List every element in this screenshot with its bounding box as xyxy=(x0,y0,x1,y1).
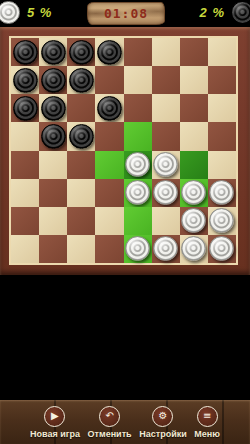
square-g4[interactable] xyxy=(180,122,208,150)
settings-gear-icon: ⚙ xyxy=(152,406,173,427)
square-a6[interactable] xyxy=(11,179,39,207)
square-f4[interactable] xyxy=(152,122,180,150)
square-b8[interactable] xyxy=(39,235,67,263)
undo-label: Отменить xyxy=(88,429,132,439)
square-f2[interactable] xyxy=(152,66,180,94)
square-g5[interactable] xyxy=(180,151,208,179)
square-f6[interactable] xyxy=(152,179,180,207)
checker-black-b4[interactable] xyxy=(41,124,66,149)
square-d4[interactable] xyxy=(95,122,123,150)
square-c2[interactable] xyxy=(67,66,95,94)
menu-icon: ≡ xyxy=(197,406,218,427)
square-a1[interactable] xyxy=(11,38,39,66)
square-h5[interactable] xyxy=(208,151,236,179)
checker-white-h7[interactable] xyxy=(209,208,234,233)
new-game-button[interactable]: ▶ Новая игра xyxy=(30,406,80,439)
square-e3[interactable] xyxy=(124,94,152,122)
square-f3[interactable] xyxy=(152,94,180,122)
play-icon: ▶ xyxy=(44,406,65,427)
bottom-toolbar: ▶ Новая игра ↶ Отменить ⚙ Настройки ≡ Ме… xyxy=(0,400,250,444)
square-c1[interactable] xyxy=(67,38,95,66)
checker-white-e5[interactable] xyxy=(125,152,150,177)
checkers-board[interactable] xyxy=(9,36,238,265)
checker-white-g8[interactable] xyxy=(181,236,206,261)
square-d6[interactable] xyxy=(95,179,123,207)
settings-button[interactable]: ⚙ Настройки xyxy=(139,406,186,439)
menu-button[interactable]: ≡ Меню xyxy=(194,406,220,439)
checker-black-a3[interactable] xyxy=(13,96,38,121)
menu-label: Меню xyxy=(194,429,220,439)
square-d1[interactable] xyxy=(95,38,123,66)
checker-white-h6[interactable] xyxy=(209,180,234,205)
checker-white-g7[interactable] xyxy=(181,208,206,233)
square-a2[interactable] xyxy=(11,66,39,94)
square-d7[interactable] xyxy=(95,207,123,235)
square-f1[interactable] xyxy=(152,38,180,66)
checker-black-d3[interactable] xyxy=(97,96,122,121)
checker-white-h8[interactable] xyxy=(209,236,234,261)
square-d8[interactable] xyxy=(95,235,123,263)
square-g8[interactable] xyxy=(180,235,208,263)
square-c8[interactable] xyxy=(67,235,95,263)
checker-black-c2[interactable] xyxy=(69,68,94,93)
square-a7[interactable] xyxy=(11,207,39,235)
square-f7[interactable] xyxy=(152,207,180,235)
square-b3[interactable] xyxy=(39,94,67,122)
black-score-label: 2 % xyxy=(200,5,225,20)
checker-black-a1[interactable] xyxy=(13,40,38,65)
square-e6[interactable] xyxy=(124,179,152,207)
square-g7[interactable] xyxy=(180,207,208,235)
square-f5[interactable] xyxy=(152,151,180,179)
undo-button[interactable]: ↶ Отменить xyxy=(88,406,132,439)
square-c5[interactable] xyxy=(67,151,95,179)
square-e5[interactable] xyxy=(124,151,152,179)
square-e8[interactable] xyxy=(124,235,152,263)
square-h2[interactable] xyxy=(208,66,236,94)
checker-white-g6[interactable] xyxy=(181,180,206,205)
square-g6[interactable] xyxy=(180,179,208,207)
checker-black-b3[interactable] xyxy=(41,96,66,121)
checker-black-c4[interactable] xyxy=(69,124,94,149)
square-b5[interactable] xyxy=(39,151,67,179)
square-b6[interactable] xyxy=(39,179,67,207)
new-game-label: Новая игра xyxy=(30,429,80,439)
square-a4[interactable] xyxy=(11,122,39,150)
square-a8[interactable] xyxy=(11,235,39,263)
checker-white-e8[interactable] xyxy=(125,236,150,261)
square-d2[interactable] xyxy=(95,66,123,94)
square-h3[interactable] xyxy=(208,94,236,122)
square-h4[interactable] xyxy=(208,122,236,150)
square-a3[interactable] xyxy=(11,94,39,122)
square-f8[interactable] xyxy=(152,235,180,263)
checker-white-f5[interactable] xyxy=(153,152,178,177)
square-g1[interactable] xyxy=(180,38,208,66)
square-c3[interactable] xyxy=(67,94,95,122)
square-a5[interactable] xyxy=(11,151,39,179)
square-c4[interactable] xyxy=(67,122,95,150)
square-h8[interactable] xyxy=(208,235,236,263)
checker-white-f6[interactable] xyxy=(153,180,178,205)
square-e7[interactable] xyxy=(124,207,152,235)
square-d5[interactable] xyxy=(95,151,123,179)
square-h1[interactable] xyxy=(208,38,236,66)
undo-icon: ↶ xyxy=(99,406,120,427)
checker-black-b2[interactable] xyxy=(41,68,66,93)
checker-black-c1[interactable] xyxy=(69,40,94,65)
timer-plaque: 01:08 xyxy=(87,2,165,25)
square-b1[interactable] xyxy=(39,38,67,66)
square-b7[interactable] xyxy=(39,207,67,235)
square-b2[interactable] xyxy=(39,66,67,94)
white-checker-icon xyxy=(0,1,20,24)
square-e1[interactable] xyxy=(124,38,152,66)
white-score-label: 5 % xyxy=(27,5,52,20)
square-h6[interactable] xyxy=(208,179,236,207)
black-checker-icon xyxy=(231,1,250,24)
board-frame xyxy=(0,27,250,275)
square-e4[interactable] xyxy=(124,122,152,150)
square-c6[interactable] xyxy=(67,179,95,207)
game-timer: 01:08 xyxy=(104,6,148,21)
checker-black-b1[interactable] xyxy=(41,40,66,65)
square-e2[interactable] xyxy=(124,66,152,94)
square-g2[interactable] xyxy=(180,66,208,94)
checker-white-e6[interactable] xyxy=(125,180,150,205)
square-h7[interactable] xyxy=(208,207,236,235)
top-status-bar: 5 % 01:08 2 % xyxy=(0,0,250,27)
square-g3[interactable] xyxy=(180,94,208,122)
square-b4[interactable] xyxy=(39,122,67,150)
checker-black-a2[interactable] xyxy=(13,68,38,93)
square-d3[interactable] xyxy=(95,94,123,122)
checker-black-d1[interactable] xyxy=(97,40,122,65)
settings-label: Настройки xyxy=(139,429,186,439)
square-c7[interactable] xyxy=(67,207,95,235)
checker-white-f8[interactable] xyxy=(153,236,178,261)
